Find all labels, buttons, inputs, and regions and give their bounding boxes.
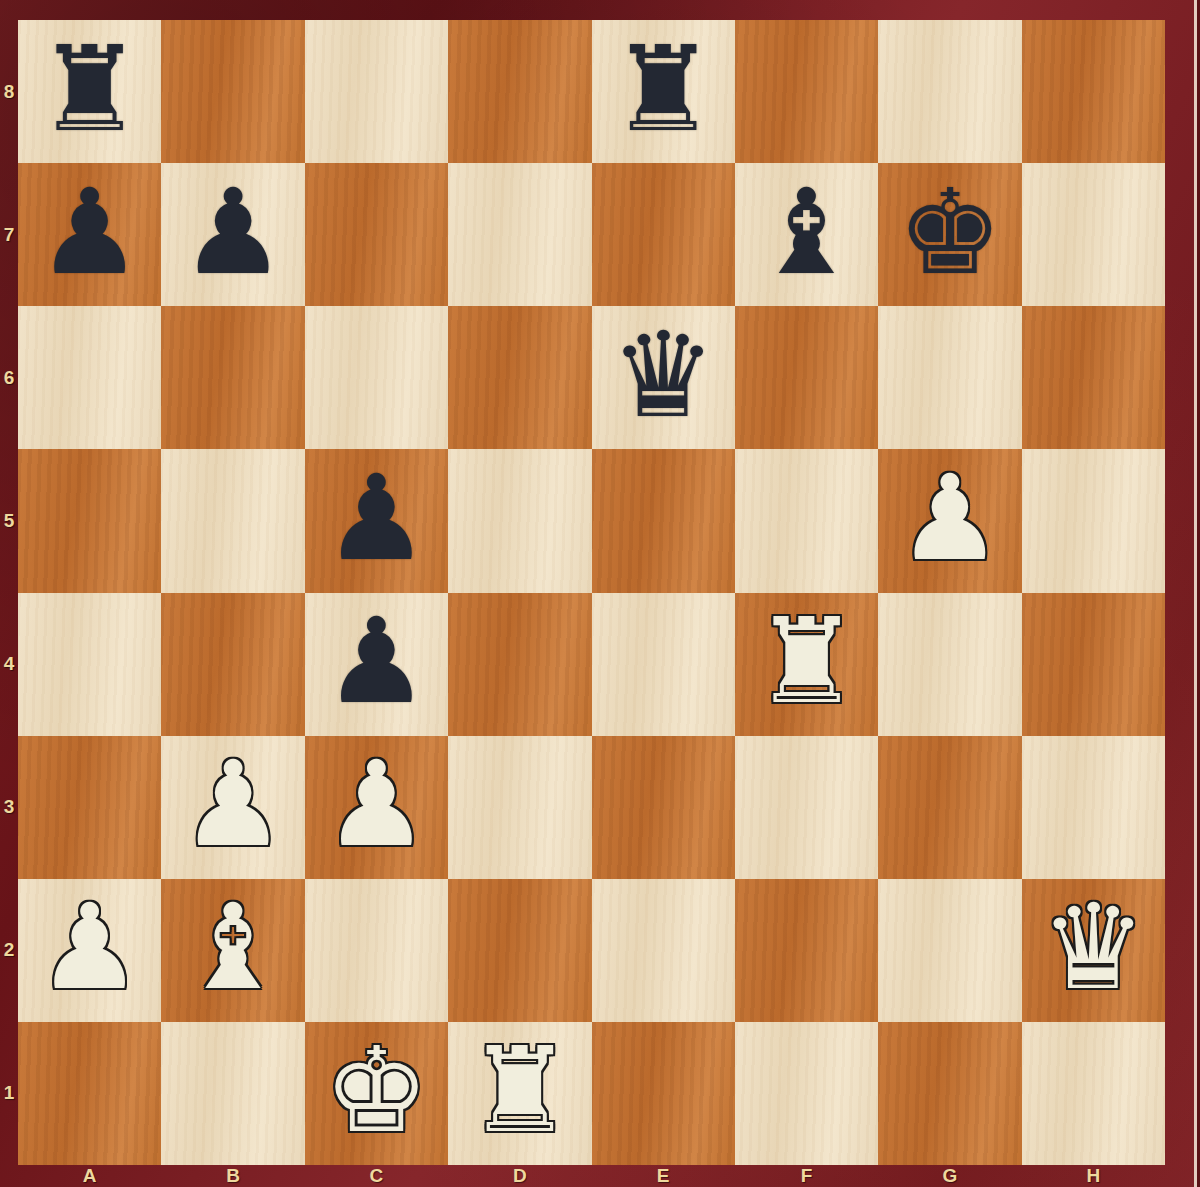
file-label-b: B bbox=[161, 1165, 304, 1187]
square-a5[interactable] bbox=[18, 449, 161, 592]
square-g4[interactable] bbox=[878, 593, 1021, 736]
square-d4[interactable] bbox=[448, 593, 591, 736]
square-g8[interactable] bbox=[878, 20, 1021, 163]
black-pawn-b7: ♟ bbox=[180, 173, 286, 291]
square-b8[interactable] bbox=[161, 20, 304, 163]
square-h2[interactable]: ♛ bbox=[1022, 879, 1165, 1022]
rank-label-5: 5 bbox=[0, 449, 18, 592]
square-a8[interactable]: ♜ bbox=[18, 20, 161, 163]
square-c3[interactable]: ♟ bbox=[305, 736, 448, 879]
black-rook-e8: ♜ bbox=[610, 30, 716, 148]
file-label-e: E bbox=[592, 1165, 735, 1187]
square-g2[interactable] bbox=[878, 879, 1021, 1022]
black-pawn-c4: ♟ bbox=[324, 602, 430, 720]
square-g1[interactable] bbox=[878, 1022, 1021, 1165]
square-a1[interactable] bbox=[18, 1022, 161, 1165]
square-a6[interactable] bbox=[18, 306, 161, 449]
square-f7[interactable]: ♝ bbox=[735, 163, 878, 306]
square-b7[interactable]: ♟ bbox=[161, 163, 304, 306]
file-labels: ABCDEFGH bbox=[18, 1165, 1165, 1187]
rank-label-7: 7 bbox=[0, 163, 18, 306]
rank-label-6: 6 bbox=[0, 306, 18, 449]
black-queen-e6: ♛ bbox=[610, 316, 716, 434]
square-g6[interactable] bbox=[878, 306, 1021, 449]
rank-label-4: 4 bbox=[0, 593, 18, 736]
white-pawn-b3: ♟ bbox=[180, 745, 286, 863]
square-e8[interactable]: ♜ bbox=[592, 20, 735, 163]
square-d7[interactable] bbox=[448, 163, 591, 306]
square-h7[interactable] bbox=[1022, 163, 1165, 306]
square-g3[interactable] bbox=[878, 736, 1021, 879]
square-b5[interactable] bbox=[161, 449, 304, 592]
square-a2[interactable]: ♟ bbox=[18, 879, 161, 1022]
white-king-c1: ♚ bbox=[324, 1031, 430, 1149]
square-g7[interactable]: ♚ bbox=[878, 163, 1021, 306]
black-pawn-c5: ♟ bbox=[324, 459, 430, 577]
file-label-d: D bbox=[448, 1165, 591, 1187]
white-bishop-b2: ♝ bbox=[180, 888, 286, 1006]
rank-label-8: 8 bbox=[0, 20, 18, 163]
white-pawn-g5: ♟ bbox=[897, 459, 1003, 577]
square-b1[interactable] bbox=[161, 1022, 304, 1165]
square-d5[interactable] bbox=[448, 449, 591, 592]
square-h1[interactable] bbox=[1022, 1022, 1165, 1165]
white-pawn-c3: ♟ bbox=[324, 745, 430, 863]
square-a7[interactable]: ♟ bbox=[18, 163, 161, 306]
rank-label-1: 1 bbox=[0, 1022, 18, 1165]
square-e1[interactable] bbox=[592, 1022, 735, 1165]
square-c8[interactable] bbox=[305, 20, 448, 163]
square-f2[interactable] bbox=[735, 879, 878, 1022]
square-c5[interactable]: ♟ bbox=[305, 449, 448, 592]
board-edge-highlight bbox=[1194, 0, 1197, 1187]
white-pawn-a2: ♟ bbox=[37, 888, 143, 1006]
square-b3[interactable]: ♟ bbox=[161, 736, 304, 879]
square-e6[interactable]: ♛ bbox=[592, 306, 735, 449]
white-rook-d1: ♜ bbox=[467, 1031, 573, 1149]
chessboard-frame: 87654321 ♜♜♟♟♝♚♛♟♟♟♜♟♟♟♝♛♚♜ ABCDEFGH bbox=[0, 0, 1200, 1187]
square-h5[interactable] bbox=[1022, 449, 1165, 592]
square-c7[interactable] bbox=[305, 163, 448, 306]
square-b6[interactable] bbox=[161, 306, 304, 449]
square-e3[interactable] bbox=[592, 736, 735, 879]
square-a3[interactable] bbox=[18, 736, 161, 879]
square-f8[interactable] bbox=[735, 20, 878, 163]
square-c1[interactable]: ♚ bbox=[305, 1022, 448, 1165]
black-rook-a8: ♜ bbox=[37, 30, 143, 148]
square-c6[interactable] bbox=[305, 306, 448, 449]
square-f1[interactable] bbox=[735, 1022, 878, 1165]
square-h6[interactable] bbox=[1022, 306, 1165, 449]
square-d1[interactable]: ♜ bbox=[448, 1022, 591, 1165]
square-f6[interactable] bbox=[735, 306, 878, 449]
black-pawn-a7: ♟ bbox=[37, 173, 143, 291]
square-e5[interactable] bbox=[592, 449, 735, 592]
rank-labels: 87654321 bbox=[0, 20, 18, 1165]
black-king-g7: ♚ bbox=[897, 173, 1003, 291]
square-h8[interactable] bbox=[1022, 20, 1165, 163]
square-c4[interactable]: ♟ bbox=[305, 593, 448, 736]
square-f4[interactable]: ♜ bbox=[735, 593, 878, 736]
rank-label-2: 2 bbox=[0, 879, 18, 1022]
black-bishop-f7: ♝ bbox=[754, 173, 860, 291]
square-d3[interactable] bbox=[448, 736, 591, 879]
square-f3[interactable] bbox=[735, 736, 878, 879]
square-g5[interactable]: ♟ bbox=[878, 449, 1021, 592]
square-d6[interactable] bbox=[448, 306, 591, 449]
square-e2[interactable] bbox=[592, 879, 735, 1022]
chess-board: ♜♜♟♟♝♚♛♟♟♟♜♟♟♟♝♛♚♜ bbox=[18, 20, 1165, 1165]
square-b4[interactable] bbox=[161, 593, 304, 736]
file-label-h: H bbox=[1022, 1165, 1165, 1187]
square-d2[interactable] bbox=[448, 879, 591, 1022]
white-queen-h2: ♛ bbox=[1040, 888, 1146, 1006]
white-rook-f4: ♜ bbox=[754, 602, 860, 720]
square-b2[interactable]: ♝ bbox=[161, 879, 304, 1022]
square-e4[interactable] bbox=[592, 593, 735, 736]
file-label-g: G bbox=[878, 1165, 1021, 1187]
file-label-c: C bbox=[305, 1165, 448, 1187]
file-label-f: F bbox=[735, 1165, 878, 1187]
square-a4[interactable] bbox=[18, 593, 161, 736]
square-f5[interactable] bbox=[735, 449, 878, 592]
rank-label-3: 3 bbox=[0, 736, 18, 879]
square-h4[interactable] bbox=[1022, 593, 1165, 736]
square-c2[interactable] bbox=[305, 879, 448, 1022]
square-d8[interactable] bbox=[448, 20, 591, 163]
file-label-a: A bbox=[18, 1165, 161, 1187]
square-e7[interactable] bbox=[592, 163, 735, 306]
square-h3[interactable] bbox=[1022, 736, 1165, 879]
